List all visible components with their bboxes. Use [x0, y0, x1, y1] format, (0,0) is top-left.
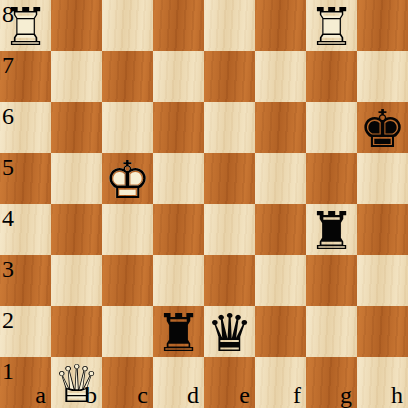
square-g6[interactable] — [306, 102, 357, 153]
square-a4[interactable]: 4 — [0, 204, 51, 255]
square-b3[interactable] — [51, 255, 102, 306]
square-g1[interactable]: g — [306, 357, 357, 408]
square-a5[interactable]: 5 — [0, 153, 51, 204]
square-f2[interactable] — [255, 306, 306, 357]
square-f4[interactable] — [255, 204, 306, 255]
square-b2[interactable] — [51, 306, 102, 357]
white-queen-icon: ♛♕ — [51, 357, 102, 408]
file-label-g: g — [340, 383, 352, 407]
square-a3[interactable]: 3 — [0, 255, 51, 306]
rank-label-1: 1 — [2, 359, 14, 383]
black-king-icon: ♚ — [357, 102, 408, 153]
square-g7[interactable] — [306, 51, 357, 102]
square-h2[interactable] — [357, 306, 408, 357]
square-e4[interactable] — [204, 204, 255, 255]
file-label-f: f — [293, 383, 301, 407]
square-g3[interactable] — [306, 255, 357, 306]
square-d7[interactable] — [153, 51, 204, 102]
white-rook-icon: ♜♖ — [0, 0, 51, 51]
rank-label-4: 4 — [2, 206, 14, 230]
square-g5[interactable] — [306, 153, 357, 204]
square-d3[interactable] — [153, 255, 204, 306]
square-h7[interactable] — [357, 51, 408, 102]
square-d6[interactable] — [153, 102, 204, 153]
rank-label-2: 2 — [2, 308, 14, 332]
square-b7[interactable] — [51, 51, 102, 102]
square-f1[interactable]: f — [255, 357, 306, 408]
square-d8[interactable] — [153, 0, 204, 51]
square-b1[interactable]: b♛♕ — [51, 357, 102, 408]
rank-label-5: 5 — [2, 155, 14, 179]
square-h5[interactable] — [357, 153, 408, 204]
file-label-h: h — [391, 383, 403, 407]
square-g4[interactable]: ♜ — [306, 204, 357, 255]
square-f3[interactable] — [255, 255, 306, 306]
square-c3[interactable] — [102, 255, 153, 306]
white-rook-icon: ♜♖ — [306, 0, 357, 51]
square-h3[interactable] — [357, 255, 408, 306]
file-label-a: a — [35, 383, 46, 407]
square-b8[interactable] — [51, 0, 102, 51]
square-a1[interactable]: 1a — [0, 357, 51, 408]
square-e3[interactable] — [204, 255, 255, 306]
square-d4[interactable] — [153, 204, 204, 255]
square-e8[interactable] — [204, 0, 255, 51]
white-king-icon: ♚♔ — [102, 153, 153, 204]
square-a2[interactable]: 2 — [0, 306, 51, 357]
rank-label-3: 3 — [2, 257, 14, 281]
square-h8[interactable] — [357, 0, 408, 51]
square-h1[interactable]: h — [357, 357, 408, 408]
square-f8[interactable] — [255, 0, 306, 51]
square-e5[interactable] — [204, 153, 255, 204]
square-d2[interactable]: ♜ — [153, 306, 204, 357]
square-c7[interactable] — [102, 51, 153, 102]
square-a6[interactable]: 6 — [0, 102, 51, 153]
square-f5[interactable] — [255, 153, 306, 204]
square-c4[interactable] — [102, 204, 153, 255]
file-label-e: e — [239, 383, 250, 407]
square-e7[interactable] — [204, 51, 255, 102]
square-h6[interactable]: ♚ — [357, 102, 408, 153]
square-g8[interactable]: ♜♖ — [306, 0, 357, 51]
square-h4[interactable] — [357, 204, 408, 255]
black-rook-icon: ♜ — [306, 204, 357, 255]
square-c6[interactable] — [102, 102, 153, 153]
square-e6[interactable] — [204, 102, 255, 153]
black-queen-icon: ♛ — [204, 306, 255, 357]
chess-board: 8♜♖♜♖76♚5♚♔4♜32♜♛1ab♛♕cdefgh — [0, 0, 408, 408]
rank-label-6: 6 — [2, 104, 14, 128]
square-c8[interactable] — [102, 0, 153, 51]
square-f7[interactable] — [255, 51, 306, 102]
square-b6[interactable] — [51, 102, 102, 153]
square-d5[interactable] — [153, 153, 204, 204]
square-e2[interactable]: ♛ — [204, 306, 255, 357]
square-f6[interactable] — [255, 102, 306, 153]
square-b5[interactable] — [51, 153, 102, 204]
square-c2[interactable] — [102, 306, 153, 357]
file-label-c: c — [137, 383, 148, 407]
black-rook-icon: ♜ — [153, 306, 204, 357]
square-d1[interactable]: d — [153, 357, 204, 408]
square-g2[interactable] — [306, 306, 357, 357]
square-c1[interactable]: c — [102, 357, 153, 408]
square-a7[interactable]: 7 — [0, 51, 51, 102]
square-a8[interactable]: 8♜♖ — [0, 0, 51, 51]
rank-label-7: 7 — [2, 53, 14, 77]
square-b4[interactable] — [51, 204, 102, 255]
square-e1[interactable]: e — [204, 357, 255, 408]
file-label-d: d — [187, 383, 199, 407]
square-c5[interactable]: ♚♔ — [102, 153, 153, 204]
